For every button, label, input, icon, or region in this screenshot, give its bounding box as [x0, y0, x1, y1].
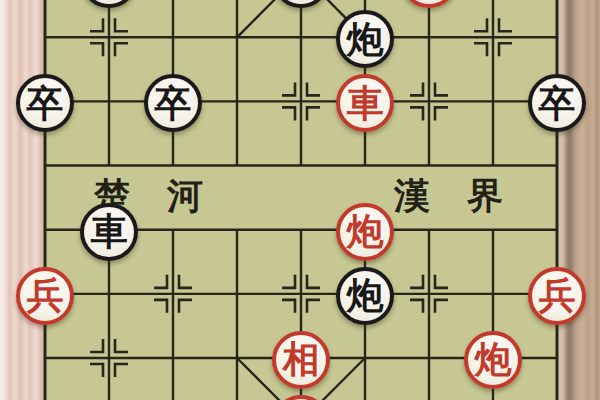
- xiangqi-board: 楚 河 漢 界 炮卒卒車卒車炮兵炮兵相炮: [0, 0, 600, 400]
- piece-red-soldier[interactable]: 兵: [16, 267, 74, 325]
- piece-red-soldier[interactable]: 兵: [528, 267, 586, 325]
- piece-black-soldier[interactable]: 卒: [528, 74, 586, 132]
- piece-red-elephant[interactable]: 相: [272, 331, 330, 389]
- piece-black-soldier[interactable]: 卒: [16, 74, 74, 132]
- river-label-han: 漢: [394, 172, 430, 221]
- river-label-he: 河: [167, 172, 203, 221]
- piece-black-cannon[interactable]: 炮: [336, 10, 394, 68]
- piece-black-chariot[interactable]: 車: [80, 203, 138, 261]
- piece-black-cannon[interactable]: 炮: [336, 267, 394, 325]
- piece-black-soldier[interactable]: 卒: [144, 74, 202, 132]
- river-label-jie: 界: [467, 172, 503, 221]
- piece-red-cannon[interactable]: 炮: [464, 331, 522, 389]
- piece-red-cannon[interactable]: 炮: [336, 203, 394, 261]
- piece-red-chariot[interactable]: 車: [336, 74, 394, 132]
